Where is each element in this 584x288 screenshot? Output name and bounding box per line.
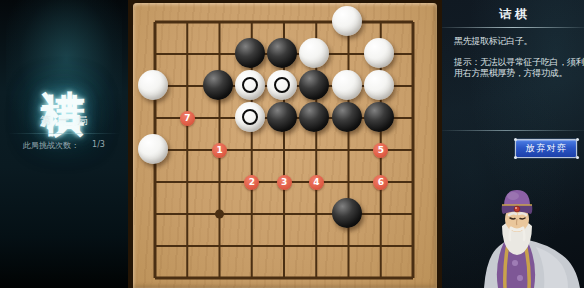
panel-title-underline bbox=[442, 27, 584, 28]
white-stone bbox=[299, 38, 329, 68]
intersection-9-1[interactable] bbox=[397, 6, 429, 38]
intersection-4-5[interactable] bbox=[236, 134, 268, 166]
white-stone bbox=[138, 134, 168, 164]
intersection-9-7[interactable] bbox=[397, 198, 429, 230]
move-marker-6: 6 bbox=[373, 175, 388, 190]
intersection-2-3[interactable] bbox=[171, 70, 203, 102]
panel-divider bbox=[442, 130, 584, 131]
intersection-6-5[interactable] bbox=[300, 134, 332, 166]
move-marker-7: 7 bbox=[180, 111, 195, 126]
intersection-5-9[interactable] bbox=[268, 262, 300, 288]
intersection-1-8[interactable] bbox=[139, 230, 171, 262]
intersection-4-6[interactable]: 2 bbox=[236, 166, 268, 198]
intersection-5-3[interactable] bbox=[268, 70, 300, 102]
intersection-1-3[interactable] bbox=[139, 70, 171, 102]
intersection-2-4[interactable]: 7 bbox=[171, 102, 203, 134]
attempts-value: 1/3 bbox=[92, 140, 105, 151]
intersection-8-7[interactable] bbox=[365, 198, 397, 230]
intersection-8-3[interactable] bbox=[365, 70, 397, 102]
intersection-6-2[interactable] bbox=[300, 38, 332, 70]
white-stone bbox=[364, 38, 394, 68]
intersection-4-2[interactable] bbox=[236, 38, 268, 70]
black-stone bbox=[299, 70, 329, 100]
intersection-1-2[interactable] bbox=[139, 38, 171, 70]
intersection-8-2[interactable] bbox=[365, 38, 397, 70]
white-stone-capture-target bbox=[235, 102, 265, 132]
intersection-9-5[interactable] bbox=[397, 134, 429, 166]
intersection-7-3[interactable] bbox=[333, 70, 365, 102]
intersection-7-8[interactable] bbox=[333, 230, 365, 262]
go-board: 7152346 bbox=[128, 0, 442, 288]
intersection-3-2[interactable] bbox=[204, 38, 236, 70]
panel-title: 诘棋 bbox=[442, 6, 584, 23]
intersection-8-6[interactable]: 6 bbox=[365, 166, 397, 198]
intersection-6-6[interactable]: 4 bbox=[300, 166, 332, 198]
move-marker-2: 2 bbox=[244, 175, 259, 190]
intersection-5-2[interactable] bbox=[268, 38, 300, 70]
npc-portrait bbox=[484, 185, 584, 288]
intersection-7-4[interactable] bbox=[333, 102, 365, 134]
intersection-2-7[interactable] bbox=[171, 198, 203, 230]
intersection-5-8[interactable] bbox=[268, 230, 300, 262]
move-marker-4: 4 bbox=[309, 175, 324, 190]
white-stone bbox=[138, 70, 168, 100]
intersection-5-6[interactable]: 3 bbox=[268, 166, 300, 198]
hint-text: 提示：无法以寻常征子吃白，须利 用右方黑棋厚势，方得功成。 bbox=[454, 57, 584, 78]
capture-target-ring bbox=[274, 77, 290, 93]
intersection-8-4[interactable] bbox=[365, 102, 397, 134]
intersection-2-6[interactable] bbox=[171, 166, 203, 198]
black-stone bbox=[267, 102, 297, 132]
intersection-2-9[interactable] bbox=[171, 262, 203, 288]
intersection-6-1[interactable] bbox=[300, 6, 332, 38]
intersection-4-1[interactable] bbox=[236, 6, 268, 38]
intersection-5-7[interactable] bbox=[268, 198, 300, 230]
intersection-1-5[interactable] bbox=[139, 134, 171, 166]
intersection-9-3[interactable] bbox=[397, 70, 429, 102]
white-stone bbox=[364, 70, 394, 100]
intersection-1-4[interactable] bbox=[139, 102, 171, 134]
black-stone bbox=[332, 198, 362, 228]
capture-target-ring bbox=[242, 109, 258, 125]
sidebar: 诘棋 第一局 此局挑战次数： 1/3 bbox=[0, 0, 128, 288]
move-marker-1: 1 bbox=[212, 143, 227, 158]
capture-target-ring bbox=[242, 77, 258, 93]
intersection-4-9[interactable] bbox=[236, 262, 268, 288]
round-label: 第一局 bbox=[0, 114, 128, 128]
intersection-2-5[interactable] bbox=[171, 134, 203, 166]
black-stone bbox=[203, 70, 233, 100]
hint-line-1: 提示：无法以寻常征子吃白，须利 bbox=[454, 57, 584, 68]
black-stone bbox=[235, 38, 265, 68]
intersection-1-1[interactable] bbox=[139, 6, 171, 38]
intersection-5-5[interactable] bbox=[268, 134, 300, 166]
intersection-9-4[interactable] bbox=[397, 102, 429, 134]
intersection-8-5[interactable]: 5 bbox=[365, 134, 397, 166]
black-stone bbox=[299, 102, 329, 132]
intersection-3-5[interactable]: 1 bbox=[204, 134, 236, 166]
intersection-3-9[interactable] bbox=[204, 262, 236, 288]
intersection-6-7[interactable] bbox=[300, 198, 332, 230]
intersection-6-8[interactable] bbox=[300, 230, 332, 262]
objective-text: 黑先提取标记白子。 bbox=[454, 35, 584, 48]
intersection-9-2[interactable] bbox=[397, 38, 429, 70]
intersection-8-9[interactable] bbox=[365, 262, 397, 288]
intersection-6-9[interactable] bbox=[300, 262, 332, 288]
intersection-3-7[interactable] bbox=[204, 198, 236, 230]
intersection-9-6[interactable] bbox=[397, 166, 429, 198]
intersection-1-6[interactable] bbox=[139, 166, 171, 198]
intersection-9-9[interactable] bbox=[397, 262, 429, 288]
intersection-4-8[interactable] bbox=[236, 230, 268, 262]
intersection-4-4[interactable] bbox=[236, 102, 268, 134]
intersection-7-5[interactable] bbox=[333, 134, 365, 166]
attempts-row: 此局挑战次数： 1/3 bbox=[0, 140, 128, 151]
black-stone bbox=[332, 102, 362, 132]
black-stone bbox=[267, 38, 297, 68]
intersection-1-9[interactable] bbox=[139, 262, 171, 288]
white-stone bbox=[332, 6, 362, 36]
intersection-9-8[interactable] bbox=[397, 230, 429, 262]
intersection-2-1[interactable] bbox=[171, 6, 203, 38]
intersection-8-8[interactable] bbox=[365, 230, 397, 262]
intersection-3-6[interactable] bbox=[204, 166, 236, 198]
board-grid[interactable]: 7152346 bbox=[139, 6, 429, 288]
resign-button[interactable]: 放弃对弈 bbox=[515, 139, 577, 158]
intersection-5-1[interactable] bbox=[268, 6, 300, 38]
intersection-3-3[interactable] bbox=[204, 70, 236, 102]
intersection-4-3[interactable] bbox=[236, 70, 268, 102]
sidebar-divider bbox=[8, 133, 120, 134]
black-stone bbox=[364, 102, 394, 132]
intersection-7-6[interactable] bbox=[333, 166, 365, 198]
white-stone-capture-target bbox=[235, 70, 265, 100]
intersection-7-7[interactable] bbox=[333, 198, 365, 230]
intersection-7-2[interactable] bbox=[333, 38, 365, 70]
intersection-5-4[interactable] bbox=[268, 102, 300, 134]
attempts-label: 此局挑战次数： bbox=[23, 140, 79, 151]
move-marker-3: 3 bbox=[277, 175, 292, 190]
intersection-2-2[interactable] bbox=[171, 38, 203, 70]
hint-line-2: 用右方黑棋厚势，方得功成。 bbox=[454, 68, 584, 79]
move-marker-5: 5 bbox=[373, 143, 388, 158]
intersection-2-8[interactable] bbox=[171, 230, 203, 262]
intersection-6-4[interactable] bbox=[300, 102, 332, 134]
intersection-7-9[interactable] bbox=[333, 262, 365, 288]
intersection-3-4[interactable] bbox=[204, 102, 236, 134]
intersection-3-1[interactable] bbox=[204, 6, 236, 38]
intersection-7-1[interactable] bbox=[333, 6, 365, 38]
intersection-3-8[interactable] bbox=[204, 230, 236, 262]
puzzle-calligraphy-title: 诘棋 bbox=[0, 2, 128, 114]
white-stone-capture-target bbox=[267, 70, 297, 100]
intersection-6-3[interactable] bbox=[300, 70, 332, 102]
intersection-8-1[interactable] bbox=[365, 6, 397, 38]
white-stone bbox=[332, 70, 362, 100]
intersection-4-7[interactable] bbox=[236, 198, 268, 230]
intersection-1-7[interactable] bbox=[139, 198, 171, 230]
